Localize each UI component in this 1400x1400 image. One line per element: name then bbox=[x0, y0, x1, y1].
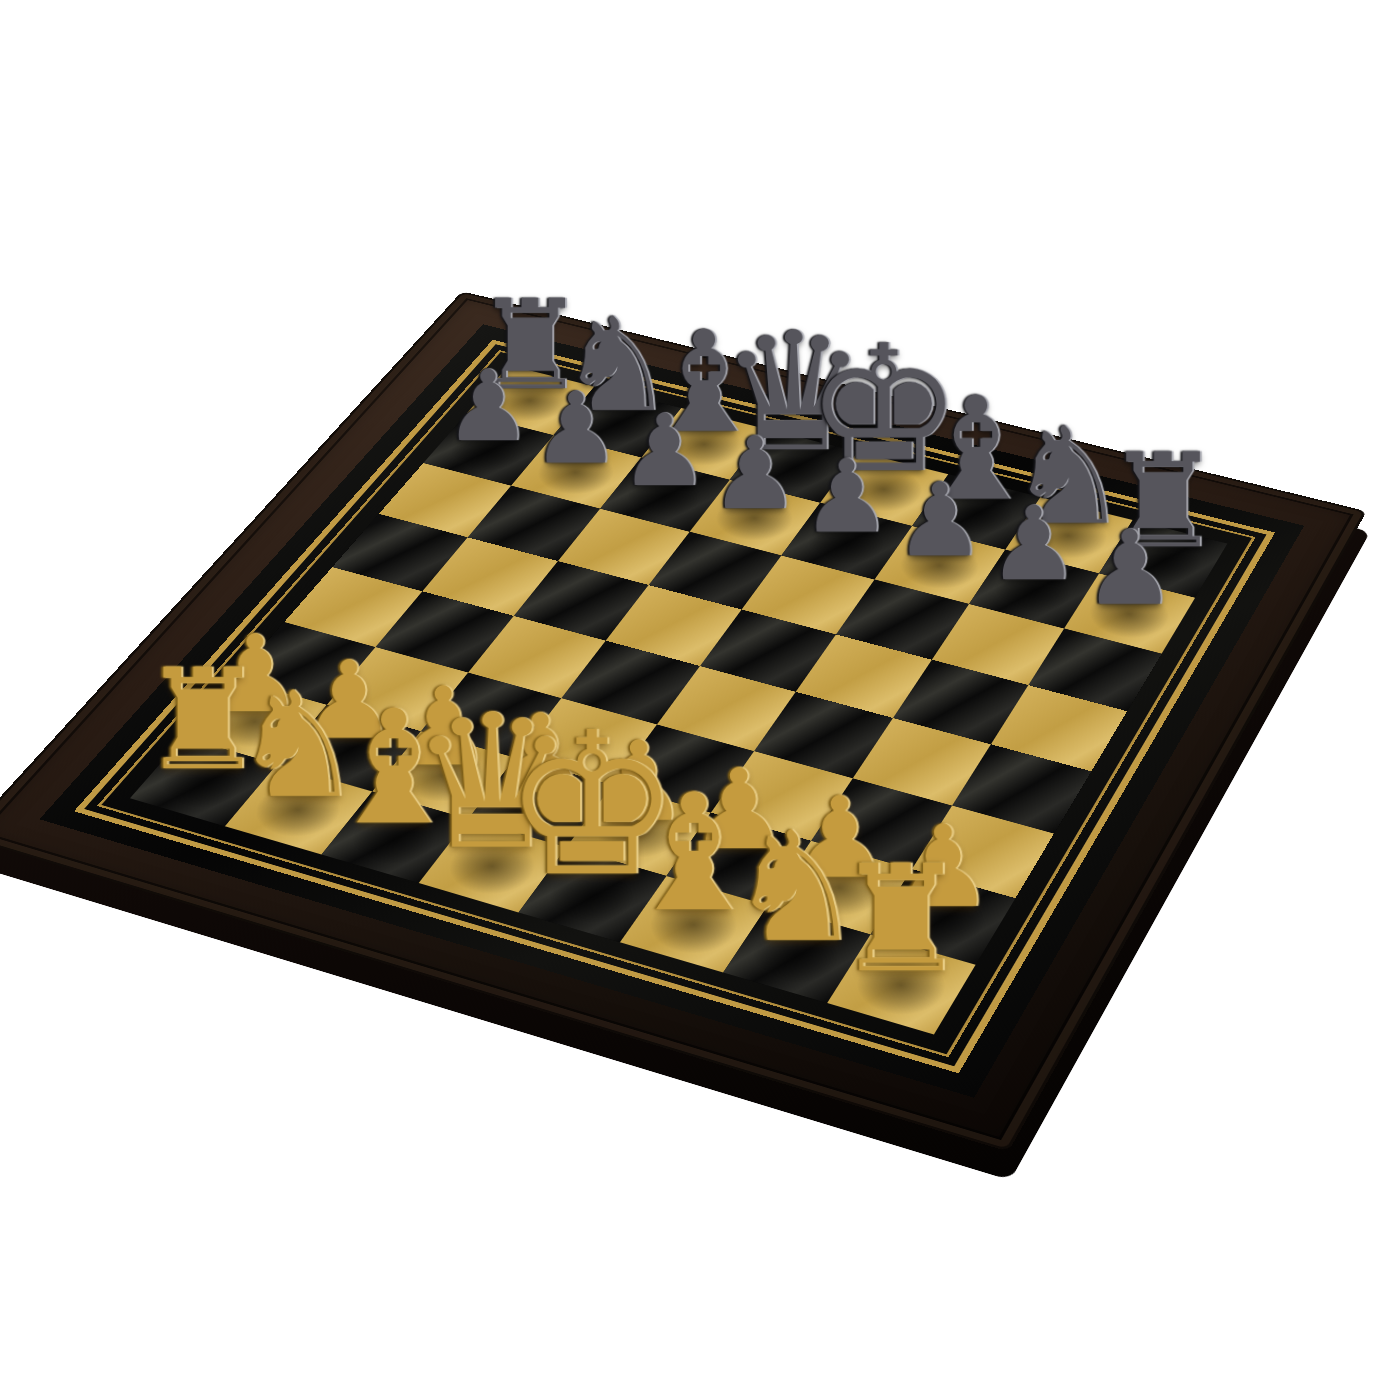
square-h1[interactable]: ♜ bbox=[827, 935, 975, 1035]
chess-board-3d: ♜♞♝♛♚♝♞♜♟♟♟♟♟♟♟♟♟♟♟♟♟♟♟♟♜♞♝♛♚♝♞♜ bbox=[0, 291, 1367, 1151]
piece-gunmetal-pawn-h7[interactable]: ♟ bbox=[1021, 520, 1238, 618]
square-d5[interactable] bbox=[606, 585, 742, 666]
gold-pinstripe-outer: ♜♞♝♛♚♝♞♜♟♟♟♟♟♟♟♟♟♟♟♟♟♟♟♟♜♞♝♛♚♝♞♜ bbox=[74, 340, 1275, 1074]
piece-gold-rook-h1[interactable]: ♜ bbox=[780, 849, 1021, 990]
chess-board: ♜♞♝♛♚♝♞♜♟♟♟♟♟♟♟♟♟♟♟♟♟♟♟♟♜♞♝♛♚♝♞♜ bbox=[130, 365, 1227, 1034]
board-playfield: ♜♞♝♛♚♝♞♜♟♟♟♟♟♟♟♟♟♟♟♟♟♟♟♟♜♞♝♛♚♝♞♜ bbox=[130, 365, 1227, 1034]
product-photo-stage: ♜♞♝♛♚♝♞♜♟♟♟♟♟♟♟♟♟♟♟♟♟♟♟♟♜♞♝♛♚♝♞♜ bbox=[0, 0, 1400, 1400]
board-frame: ♜♞♝♛♚♝♞♜♟♟♟♟♟♟♟♟♟♟♟♟♟♟♟♟♜♞♝♛♚♝♞♜ bbox=[0, 291, 1367, 1151]
